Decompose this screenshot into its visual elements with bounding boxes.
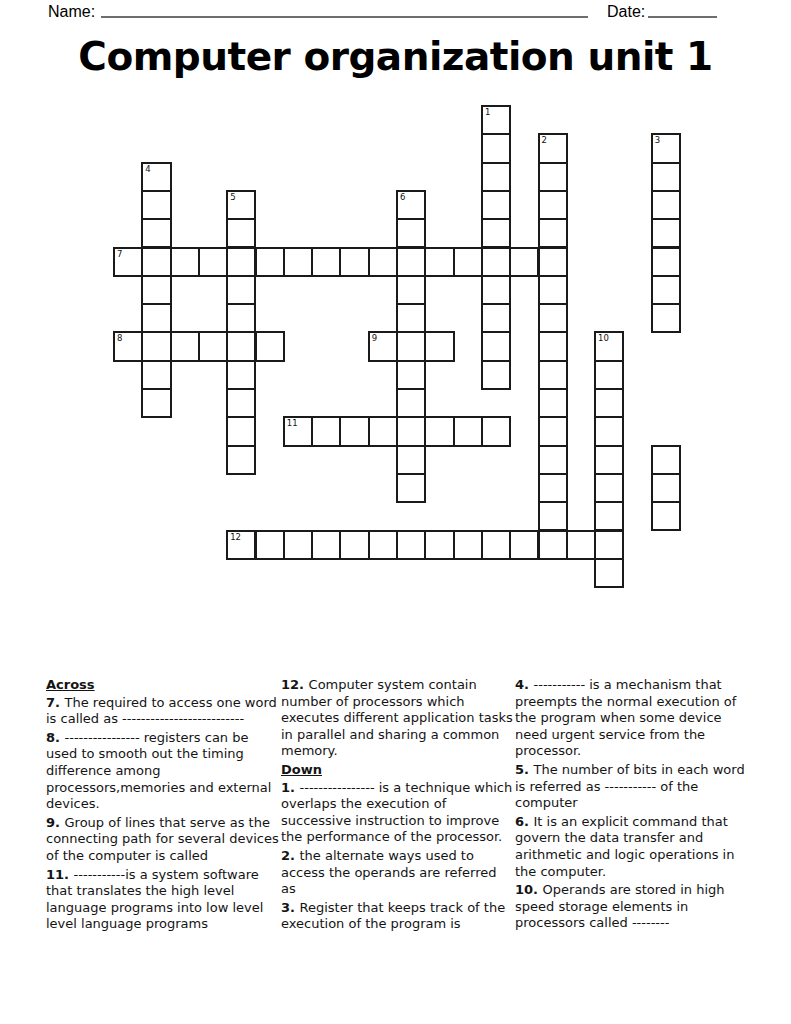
grid-cell[interactable] — [424, 247, 454, 277]
grid-cell[interactable] — [255, 247, 285, 277]
grid-cell[interactable]: 6 — [396, 190, 426, 220]
clue-column-2: 12. Computer system contain number of pr… — [281, 677, 514, 935]
cell-number: 1 — [485, 107, 490, 117]
clue-number: 10. — [515, 882, 543, 897]
grid-cell[interactable] — [368, 416, 398, 446]
clues-heading-across: Across — [46, 677, 279, 694]
grid-cell[interactable] — [226, 218, 256, 248]
cell-number: 12 — [230, 532, 241, 542]
grid-cell[interactable] — [538, 501, 568, 531]
clue-5: 5. The number of bits in each word is re… — [515, 762, 755, 812]
clue-3: 3. Register that keeps track of the exec… — [281, 900, 514, 933]
grid-cell[interactable]: 2 — [538, 133, 568, 163]
grid-cell[interactable] — [594, 473, 624, 503]
page-title: Computer organization unit 1 — [0, 34, 791, 79]
grid-cell[interactable] — [481, 162, 511, 192]
clue-number: 5. — [515, 762, 534, 777]
grid-cell[interactable] — [481, 275, 511, 305]
cell-number: 2 — [542, 135, 547, 145]
clue-number: 1. — [281, 780, 300, 795]
clue-number: 3. — [281, 900, 300, 915]
clue-number: 12. — [281, 677, 309, 692]
grid-cell[interactable] — [566, 530, 596, 560]
grid-cell[interactable] — [226, 388, 256, 418]
grid-cell[interactable] — [396, 473, 426, 503]
grid-cell[interactable] — [651, 501, 681, 531]
grid-cell[interactable] — [141, 388, 171, 418]
grid-cell[interactable] — [594, 530, 624, 560]
grid-cell[interactable] — [538, 530, 568, 560]
grid-cell[interactable] — [651, 190, 681, 220]
clue-number: 8. — [46, 730, 65, 745]
grid-cell[interactable] — [538, 162, 568, 192]
cell-number: 6 — [400, 192, 405, 202]
grid-cell[interactable] — [538, 303, 568, 333]
clue-11: 11. -----------is a system software that… — [46, 867, 279, 933]
grid-cell[interactable] — [170, 331, 200, 361]
clue-6: 6. It is an explicit command that govern… — [515, 814, 755, 880]
grid-cell[interactable] — [481, 416, 511, 446]
grid-cell[interactable]: 10 — [594, 331, 624, 361]
grid-cell[interactable] — [538, 218, 568, 248]
grid-cell[interactable] — [311, 530, 341, 560]
grid-cell[interactable] — [538, 247, 568, 277]
grid-cell[interactable]: 9 — [368, 331, 398, 361]
grid-cell[interactable] — [141, 190, 171, 220]
grid-cell[interactable] — [226, 247, 256, 277]
grid-cell[interactable] — [396, 303, 426, 333]
cell-number: 9 — [372, 333, 377, 343]
clue-4: 4. ----------- is a mechanism that preem… — [515, 677, 755, 760]
grid-cell[interactable] — [396, 331, 426, 361]
grid-cell[interactable] — [538, 388, 568, 418]
cell-number: 10 — [598, 333, 609, 343]
cell-number: 3 — [655, 135, 660, 145]
grid-cell[interactable] — [594, 388, 624, 418]
grid-cell[interactable]: 5 — [226, 190, 256, 220]
grid-cell[interactable] — [481, 303, 511, 333]
grid-cell[interactable] — [339, 247, 369, 277]
grid-cell[interactable] — [283, 247, 313, 277]
grid-cell[interactable] — [226, 445, 256, 475]
grid-cell[interactable] — [538, 331, 568, 361]
grid-cell[interactable] — [368, 247, 398, 277]
grid-cell[interactable]: 1 — [481, 105, 511, 135]
grid-cell[interactable] — [538, 473, 568, 503]
grid-cell[interactable] — [396, 218, 426, 248]
grid-cell[interactable] — [141, 303, 171, 333]
grid-cell[interactable] — [538, 445, 568, 475]
grid-cell[interactable] — [509, 530, 539, 560]
grid-cell[interactable] — [509, 247, 539, 277]
grid-cell[interactable] — [481, 190, 511, 220]
grid-cell[interactable] — [396, 416, 426, 446]
clue-number: 6. — [515, 814, 534, 829]
grid-cell[interactable] — [453, 416, 483, 446]
clue-number: 4. — [515, 677, 534, 692]
grid-cell[interactable] — [396, 275, 426, 305]
grid-cell[interactable]: 8 — [113, 331, 143, 361]
grid-cell[interactable] — [481, 218, 511, 248]
name-label: Name: — [48, 3, 95, 21]
grid-cell[interactable] — [339, 416, 369, 446]
grid-cell[interactable] — [170, 247, 200, 277]
clue-7: 7. The required to access one word is ca… — [46, 695, 279, 728]
clue-2: 2. the alternate ways used to access the… — [281, 848, 514, 898]
grid-cell[interactable] — [396, 388, 426, 418]
grid-cell[interactable]: 11 — [283, 416, 313, 446]
grid-cell[interactable] — [538, 275, 568, 305]
clue-number: 7. — [46, 695, 65, 710]
name-line[interactable] — [101, 2, 588, 18]
grid-cell[interactable] — [255, 331, 285, 361]
cell-number: 7 — [117, 249, 122, 259]
grid-cell[interactable] — [651, 473, 681, 503]
grid-cell[interactable] — [396, 530, 426, 560]
grid-cell[interactable]: 4 — [141, 162, 171, 192]
date-label: Date: — [607, 3, 645, 21]
grid-cell[interactable] — [424, 416, 454, 446]
crossword-board: 123456789101112 — [113, 105, 681, 588]
grid-cell[interactable] — [424, 331, 454, 361]
grid-cell[interactable] — [651, 445, 681, 475]
grid-cell[interactable] — [141, 331, 171, 361]
grid-cell[interactable] — [651, 303, 681, 333]
clue-number: 9. — [46, 815, 65, 830]
grid-cell[interactable] — [226, 416, 256, 446]
grid-cell[interactable] — [339, 530, 369, 560]
grid-cell[interactable] — [396, 445, 426, 475]
grid-cell[interactable] — [226, 275, 256, 305]
grid-cell[interactable] — [651, 218, 681, 248]
grid-cell[interactable] — [481, 247, 511, 277]
grid-cell[interactable] — [141, 360, 171, 390]
grid-cell[interactable] — [594, 445, 624, 475]
grid-cell[interactable] — [453, 247, 483, 277]
cell-number: 4 — [145, 164, 150, 174]
grid-cell[interactable] — [141, 275, 171, 305]
clue-9: 9. Group of lines that serve as the conn… — [46, 815, 279, 865]
worksheet-page: Name: Date: Computer organization unit 1… — [0, 0, 791, 1024]
cell-number: 5 — [230, 192, 235, 202]
grid-cell[interactable] — [368, 530, 398, 560]
grid-cell[interactable] — [594, 558, 624, 588]
grid-cell[interactable] — [651, 247, 681, 277]
grid-cell[interactable]: 7 — [113, 247, 143, 277]
grid-cell[interactable] — [481, 331, 511, 361]
grid-cell[interactable] — [424, 530, 454, 560]
clue-number: 11. — [46, 867, 74, 882]
grid-cell[interactable] — [594, 416, 624, 446]
grid-cell[interactable] — [481, 133, 511, 163]
cell-number: 8 — [117, 333, 122, 343]
grid-cell[interactable] — [396, 360, 426, 390]
grid-cell[interactable] — [226, 303, 256, 333]
date-line[interactable] — [648, 2, 717, 18]
cell-number: 11 — [287, 418, 298, 428]
grid-cell[interactable] — [651, 275, 681, 305]
clue-column-3: 4. ----------- is a mechanism that preem… — [515, 677, 755, 934]
grid-cell[interactable] — [283, 530, 313, 560]
clue-12: 12. Computer system contain number of pr… — [281, 677, 514, 760]
grid-cell[interactable] — [141, 247, 171, 277]
grid-cell[interactable] — [311, 416, 341, 446]
grid-cell[interactable] — [226, 331, 256, 361]
grid-cell[interactable] — [538, 190, 568, 220]
grid-cell[interactable] — [538, 360, 568, 390]
grid-cell[interactable] — [198, 247, 228, 277]
grid-cell[interactable] — [538, 416, 568, 446]
grid-cell[interactable] — [396, 247, 426, 277]
clue-column-1: Across7. The required to access one word… — [46, 677, 279, 935]
grid-cell[interactable] — [594, 360, 624, 390]
grid-cell[interactable] — [481, 530, 511, 560]
grid-cell[interactable] — [255, 530, 285, 560]
clue-8: 8. ---------------- registers can be use… — [46, 730, 279, 813]
clues-heading-down: Down — [281, 762, 514, 779]
grid-cell[interactable]: 12 — [226, 530, 256, 560]
grid-cell[interactable] — [198, 331, 228, 361]
grid-cell[interactable] — [481, 360, 511, 390]
grid-cell[interactable]: 3 — [651, 133, 681, 163]
clue-10: 10. Operands are stored in high speed st… — [515, 882, 755, 932]
grid-cell[interactable] — [651, 162, 681, 192]
grid-cell[interactable] — [226, 360, 256, 390]
grid-cell[interactable] — [141, 218, 171, 248]
clue-1: 1. ---------------- is a technique which… — [281, 780, 514, 846]
grid-cell[interactable] — [311, 247, 341, 277]
grid-cell[interactable] — [453, 530, 483, 560]
grid-cell[interactable] — [594, 501, 624, 531]
clue-number: 2. — [281, 848, 300, 863]
